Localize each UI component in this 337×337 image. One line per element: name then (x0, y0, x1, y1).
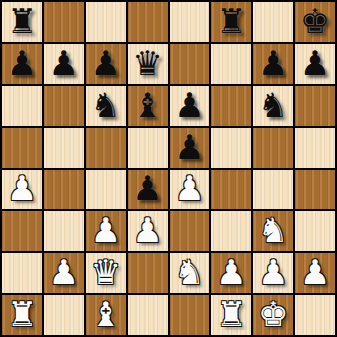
square-d5[interactable] (128, 128, 168, 168)
piece-black-pawn: ♟ (132, 171, 162, 205)
square-b4[interactable] (44, 170, 84, 210)
piece-white-rook: ♜ (7, 297, 37, 331)
piece-white-knight: ♞ (258, 213, 288, 247)
square-g6[interactable]: ♞ (253, 86, 293, 126)
square-d3[interactable]: ♟ (128, 211, 168, 251)
square-f7[interactable] (211, 44, 251, 84)
piece-black-knight: ♞ (258, 88, 288, 122)
square-d8[interactable] (128, 2, 168, 42)
square-g5[interactable] (253, 128, 293, 168)
square-e7[interactable] (170, 44, 210, 84)
piece-black-rook: ♜ (7, 4, 37, 38)
piece-white-rook: ♜ (216, 297, 246, 331)
piece-black-pawn: ♟ (258, 46, 288, 80)
square-b3[interactable] (44, 211, 84, 251)
square-e8[interactable] (170, 2, 210, 42)
piece-black-queen: ♛ (132, 46, 162, 80)
square-f4[interactable] (211, 170, 251, 210)
square-f5[interactable] (211, 128, 251, 168)
square-d2[interactable] (128, 253, 168, 293)
square-a6[interactable] (2, 86, 42, 126)
piece-black-knight: ♞ (90, 88, 120, 122)
piece-black-pawn: ♟ (90, 46, 120, 80)
square-c5[interactable] (86, 128, 126, 168)
square-a7[interactable]: ♟ (2, 44, 42, 84)
square-a1[interactable]: ♜ (2, 295, 42, 335)
piece-white-bishop: ♝ (90, 297, 120, 331)
square-c1[interactable]: ♝ (86, 295, 126, 335)
square-b8[interactable] (44, 2, 84, 42)
square-c7[interactable]: ♟ (86, 44, 126, 84)
square-g8[interactable] (253, 2, 293, 42)
square-g1[interactable]: ♚ (253, 295, 293, 335)
square-c6[interactable]: ♞ (86, 86, 126, 126)
piece-black-bishop: ♝ (132, 88, 162, 122)
square-f2[interactable]: ♟ (211, 253, 251, 293)
chess-board-window: ♜♜♚♟♟♟♛♟♟♞♝♟♞♟♟♟♟♟♟♞♟♛♞♟♟♟♜♝♜♚ (0, 0, 337, 337)
piece-black-pawn: ♟ (7, 46, 37, 80)
piece-white-knight: ♞ (174, 255, 204, 289)
piece-white-pawn: ♟ (90, 213, 120, 247)
square-h3[interactable] (295, 211, 335, 251)
square-f8[interactable]: ♜ (211, 2, 251, 42)
square-c2[interactable]: ♛ (86, 253, 126, 293)
piece-black-rook: ♜ (216, 4, 246, 38)
piece-white-pawn: ♟ (7, 171, 37, 205)
square-c8[interactable] (86, 2, 126, 42)
square-h6[interactable] (295, 86, 335, 126)
square-e1[interactable] (170, 295, 210, 335)
square-h1[interactable] (295, 295, 335, 335)
square-g3[interactable]: ♞ (253, 211, 293, 251)
square-d7[interactable]: ♛ (128, 44, 168, 84)
square-a5[interactable] (2, 128, 42, 168)
chess-board: ♜♜♚♟♟♟♛♟♟♞♝♟♞♟♟♟♟♟♟♞♟♛♞♟♟♟♜♝♜♚ (0, 0, 337, 337)
square-h2[interactable]: ♟ (295, 253, 335, 293)
square-e2[interactable]: ♞ (170, 253, 210, 293)
square-c3[interactable]: ♟ (86, 211, 126, 251)
square-b1[interactable] (44, 295, 84, 335)
piece-black-pawn: ♟ (174, 88, 204, 122)
square-a8[interactable]: ♜ (2, 2, 42, 42)
square-b7[interactable]: ♟ (44, 44, 84, 84)
square-b6[interactable] (44, 86, 84, 126)
square-f6[interactable] (211, 86, 251, 126)
square-f3[interactable] (211, 211, 251, 251)
square-d4[interactable]: ♟ (128, 170, 168, 210)
square-f1[interactable]: ♜ (211, 295, 251, 335)
square-b5[interactable] (44, 128, 84, 168)
square-d6[interactable]: ♝ (128, 86, 168, 126)
piece-black-pawn: ♟ (174, 130, 204, 164)
square-b2[interactable]: ♟ (44, 253, 84, 293)
square-h4[interactable] (295, 170, 335, 210)
square-h5[interactable] (295, 128, 335, 168)
square-e4[interactable]: ♟ (170, 170, 210, 210)
piece-white-king: ♚ (258, 297, 288, 331)
square-c4[interactable] (86, 170, 126, 210)
square-e3[interactable] (170, 211, 210, 251)
square-e6[interactable]: ♟ (170, 86, 210, 126)
square-d1[interactable] (128, 295, 168, 335)
piece-black-pawn: ♟ (300, 46, 330, 80)
piece-white-pawn: ♟ (300, 255, 330, 289)
square-e5[interactable]: ♟ (170, 128, 210, 168)
square-a3[interactable] (2, 211, 42, 251)
square-g2[interactable]: ♟ (253, 253, 293, 293)
piece-white-pawn: ♟ (132, 213, 162, 247)
square-a2[interactable] (2, 253, 42, 293)
piece-white-pawn: ♟ (258, 255, 288, 289)
piece-white-pawn: ♟ (216, 255, 246, 289)
piece-white-pawn: ♟ (49, 255, 79, 289)
piece-black-pawn: ♟ (49, 46, 79, 80)
square-g4[interactable] (253, 170, 293, 210)
square-a4[interactable]: ♟ (2, 170, 42, 210)
square-h8[interactable]: ♚ (295, 2, 335, 42)
square-g7[interactable]: ♟ (253, 44, 293, 84)
piece-black-king: ♚ (300, 4, 330, 38)
square-h7[interactable]: ♟ (295, 44, 335, 84)
piece-white-queen: ♛ (90, 255, 120, 289)
piece-white-pawn: ♟ (174, 171, 204, 205)
